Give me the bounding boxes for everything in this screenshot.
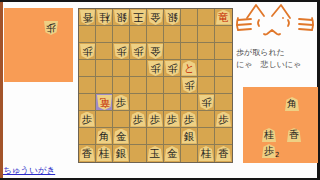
board-cell[interactable] bbox=[147, 26, 164, 43]
shogi-piece: 歩 bbox=[131, 44, 146, 59]
shogi-piece: 歩 bbox=[148, 112, 163, 127]
board-cell[interactable] bbox=[96, 60, 113, 77]
shogi-piece: 桂 bbox=[97, 10, 112, 25]
board-cell[interactable]: 金 bbox=[147, 9, 164, 26]
board-cell[interactable]: 歩 bbox=[181, 77, 198, 94]
top-edge-strip bbox=[0, 0, 320, 2]
caption-line2: にゃ 悲しいにゃ bbox=[236, 59, 320, 71]
board-cell[interactable]: 王 bbox=[130, 9, 147, 26]
board-cell[interactable] bbox=[96, 26, 113, 43]
board-cell[interactable] bbox=[215, 128, 232, 145]
shogi-piece: 銀 bbox=[114, 146, 129, 161]
board-cell[interactable] bbox=[113, 60, 130, 77]
board-cell[interactable] bbox=[79, 26, 96, 43]
board-cell[interactable]: 金 bbox=[164, 145, 181, 162]
shogi-piece: 歩 bbox=[80, 44, 95, 59]
bottom-edge-strip bbox=[0, 178, 320, 180]
board-cell[interactable] bbox=[181, 26, 198, 43]
shogi-piece: 香 bbox=[216, 146, 231, 161]
board-cell[interactable] bbox=[130, 94, 147, 111]
board-cell[interactable] bbox=[198, 128, 215, 145]
board-cell[interactable] bbox=[164, 128, 181, 145]
board-cell[interactable]: 金 bbox=[147, 43, 164, 60]
board-cell[interactable]: 銀 bbox=[181, 128, 198, 145]
notice-link[interactable]: ちゅういがき bbox=[3, 165, 55, 177]
board-cell[interactable]: と bbox=[181, 60, 198, 77]
board-cell[interactable] bbox=[96, 111, 113, 128]
shogi-piece: 香 bbox=[80, 146, 95, 161]
board-cell[interactable]: 香 bbox=[79, 145, 96, 162]
board-cell[interactable]: 歩 bbox=[164, 111, 181, 128]
board-cell[interactable]: 歩 bbox=[164, 60, 181, 77]
board-cell[interactable] bbox=[130, 77, 147, 94]
board-cell[interactable]: 桂 bbox=[96, 145, 113, 162]
board-cell[interactable]: 歩 bbox=[113, 43, 130, 60]
captured-piece[interactable]: 歩 bbox=[262, 144, 276, 158]
caption-line1: 歩が取られた bbox=[236, 47, 320, 59]
shogi-piece: 金 bbox=[148, 10, 163, 25]
shogi-piece: 歩 bbox=[182, 112, 197, 127]
captured-piece-count: 2 bbox=[275, 151, 279, 159]
board-cell[interactable] bbox=[181, 94, 198, 111]
shogi-piece: 桂 bbox=[97, 146, 112, 161]
board-cell[interactable] bbox=[96, 43, 113, 60]
gote-captured-pieces-stand: 歩 bbox=[4, 8, 73, 82]
board-cell[interactable]: 香 bbox=[79, 9, 96, 26]
shogi-piece: 歩 bbox=[216, 112, 231, 127]
shogi-piece: 香 bbox=[80, 10, 95, 25]
board-cell[interactable]: 歩 bbox=[147, 60, 164, 77]
board-cell[interactable] bbox=[79, 77, 96, 94]
shogi-piece: 金 bbox=[114, 129, 129, 144]
board-cell[interactable] bbox=[181, 43, 198, 60]
board-cell[interactable]: 歩 bbox=[113, 94, 130, 111]
sente-captured-pieces-stand: 角桂香歩2 bbox=[243, 87, 318, 163]
left-edge-strip bbox=[0, 0, 3, 180]
shogi-piece: 歩 bbox=[165, 61, 180, 76]
board-cell[interactable] bbox=[198, 77, 215, 94]
shogi-piece: 王 bbox=[131, 10, 146, 25]
board-cell[interactable]: 金 bbox=[113, 128, 130, 145]
board-cell[interactable]: 歩 bbox=[215, 111, 232, 128]
shogi-piece: 銀 bbox=[114, 10, 129, 25]
shogi-piece: 桂 bbox=[199, 146, 214, 161]
board-cell[interactable] bbox=[181, 145, 198, 162]
board-cell[interactable] bbox=[147, 94, 164, 111]
cat-speech-text: 歩が取られた にゃ 悲しいにゃ bbox=[236, 47, 320, 71]
board-cell[interactable]: 歩 bbox=[181, 111, 198, 128]
board-cell[interactable] bbox=[113, 26, 130, 43]
board-cell[interactable] bbox=[79, 60, 96, 77]
captured-piece[interactable]: 角 bbox=[285, 97, 299, 111]
board-cell[interactable]: 玉 bbox=[147, 145, 164, 162]
board-cell[interactable] bbox=[164, 43, 181, 60]
board-cell[interactable] bbox=[198, 111, 215, 128]
board-cell[interactable]: 歩 bbox=[130, 43, 147, 60]
board-cell[interactable] bbox=[130, 128, 147, 145]
shogi-piece: 歩 bbox=[114, 44, 129, 59]
board-cell[interactable] bbox=[79, 128, 96, 145]
board-cell[interactable]: 角 bbox=[96, 128, 113, 145]
board-cell[interactable] bbox=[215, 94, 232, 111]
board-cell[interactable] bbox=[113, 111, 130, 128]
board-cell[interactable]: 銀 bbox=[164, 9, 181, 26]
board-cell[interactable]: 竜 bbox=[215, 9, 232, 26]
shogi-piece: 歩 bbox=[131, 112, 146, 127]
board-cell[interactable] bbox=[130, 26, 147, 43]
shogi-piece: 銀 bbox=[165, 10, 180, 25]
board-cell[interactable] bbox=[215, 26, 232, 43]
board-cell[interactable] bbox=[130, 60, 147, 77]
board-cell[interactable]: 歩 bbox=[79, 43, 96, 60]
board-cell[interactable] bbox=[130, 145, 147, 162]
shogi-board: 香桂銀王金銀竜歩歩歩金歩歩と歩竜歩歩歩歩歩歩歩歩角金銀香桂銀玉金桂香 bbox=[78, 8, 233, 163]
board-cell[interactable] bbox=[198, 60, 215, 77]
board-cell[interactable]: 香 bbox=[215, 145, 232, 162]
board-cell[interactable] bbox=[113, 77, 130, 94]
board-cell[interactable]: 歩 bbox=[130, 111, 147, 128]
board-cell[interactable] bbox=[198, 9, 215, 26]
captured-piece[interactable]: 香 bbox=[287, 128, 301, 142]
shogi-piece: 金 bbox=[148, 44, 163, 59]
shogi-piece: 玉 bbox=[148, 146, 163, 161]
shogi-piece: 金 bbox=[165, 146, 180, 161]
shogi-piece: 歩 bbox=[182, 78, 197, 93]
board-cell[interactable]: 銀 bbox=[113, 9, 130, 26]
captured-piece[interactable]: 歩 bbox=[44, 21, 58, 35]
shogi-piece: 歩 bbox=[80, 112, 95, 127]
board-cell[interactable]: 竜 bbox=[96, 94, 113, 111]
board-cell[interactable] bbox=[164, 77, 181, 94]
board-cell[interactable] bbox=[147, 128, 164, 145]
shogi-piece: 竜 bbox=[97, 95, 112, 110]
shogi-piece: 歩 bbox=[148, 61, 163, 76]
shogi-piece: と bbox=[182, 61, 197, 76]
shogi-piece: 歩 bbox=[114, 95, 129, 110]
board-cell[interactable] bbox=[215, 43, 232, 60]
shogi-piece: 竜 bbox=[216, 10, 231, 25]
board-cell[interactable]: 歩 bbox=[147, 111, 164, 128]
shogi-piece: 歩 bbox=[165, 112, 180, 127]
shogi-piece: 歩 bbox=[199, 95, 214, 110]
board-cell[interactable] bbox=[215, 77, 232, 94]
board-cell[interactable]: 桂 bbox=[198, 145, 215, 162]
board-cell[interactable] bbox=[164, 94, 181, 111]
board-cell[interactable] bbox=[215, 60, 232, 77]
board-cell[interactable]: 銀 bbox=[113, 145, 130, 162]
board-cell[interactable]: 歩 bbox=[198, 94, 215, 111]
board-cell[interactable] bbox=[181, 9, 198, 26]
shogi-piece: 銀 bbox=[182, 129, 197, 144]
board-cell[interactable]: 歩 bbox=[79, 111, 96, 128]
board-cell[interactable] bbox=[96, 77, 113, 94]
board-cell[interactable] bbox=[164, 26, 181, 43]
board-cell[interactable] bbox=[198, 43, 215, 60]
captured-piece[interactable]: 桂 bbox=[262, 128, 276, 142]
shogi-piece: 角 bbox=[97, 129, 112, 144]
board-cell[interactable] bbox=[198, 26, 215, 43]
board-cell[interactable] bbox=[79, 94, 96, 111]
board-cell[interactable] bbox=[147, 77, 164, 94]
cat-face-icon bbox=[233, 3, 318, 49]
board-cell[interactable]: 桂 bbox=[96, 9, 113, 26]
